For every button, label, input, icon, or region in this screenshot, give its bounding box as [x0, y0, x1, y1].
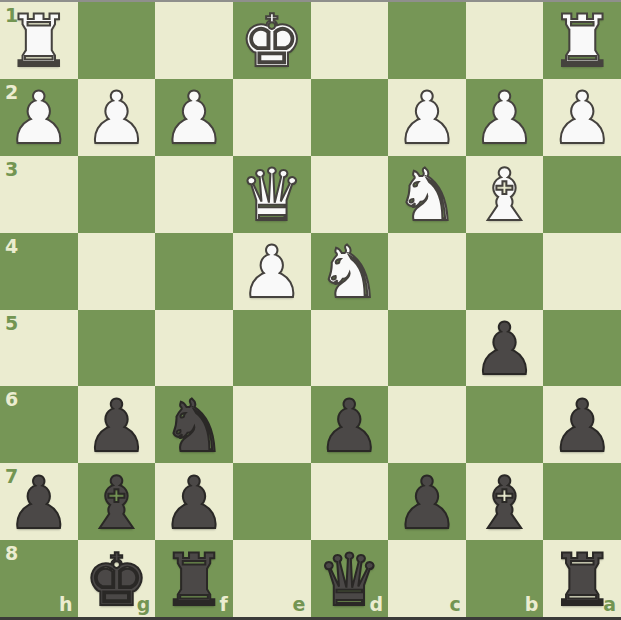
square-f5[interactable] — [155, 310, 233, 387]
black-bishop[interactable]: ♝ — [84, 467, 149, 539]
square-h5[interactable]: 5 — [0, 310, 78, 387]
square-e5[interactable] — [233, 310, 311, 387]
square-f1[interactable] — [155, 2, 233, 79]
square-f4[interactable] — [155, 233, 233, 310]
square-a5[interactable] — [543, 310, 621, 387]
square-b8[interactable]: b — [466, 540, 544, 617]
square-a7[interactable] — [543, 463, 621, 540]
black-pawn[interactable]: ♟ — [162, 467, 227, 539]
square-b5[interactable]: ♟ — [466, 310, 544, 387]
square-c4[interactable] — [388, 233, 466, 310]
chess-app-window: 1♜♚♜2♟♟♟♟♟♟3♛♞♝4♟♞5♟6♟♞♟♟7♟♝♟♟♝8hg♚f♜ed♛… — [0, 0, 621, 620]
square-f6[interactable]: ♞ — [155, 386, 233, 463]
square-a2[interactable]: ♟ — [543, 79, 621, 156]
window-top-edge — [0, 0, 621, 2]
square-c3[interactable]: ♞ — [388, 156, 466, 233]
square-g4[interactable] — [78, 233, 156, 310]
square-f3[interactable] — [155, 156, 233, 233]
white-knight[interactable]: ♞ — [395, 159, 460, 231]
file-label-h: h — [59, 595, 73, 614]
black-pawn[interactable]: ♟ — [317, 390, 382, 462]
square-f2[interactable]: ♟ — [155, 79, 233, 156]
square-g6[interactable]: ♟ — [78, 386, 156, 463]
white-pawn[interactable]: ♟ — [162, 82, 227, 154]
square-c6[interactable] — [388, 386, 466, 463]
black-king[interactable]: ♚ — [84, 544, 149, 616]
square-e8[interactable]: e — [233, 540, 311, 617]
white-pawn[interactable]: ♟ — [84, 82, 149, 154]
square-c1[interactable] — [388, 2, 466, 79]
black-rook[interactable]: ♜ — [550, 544, 615, 616]
square-d7[interactable] — [311, 463, 389, 540]
black-pawn[interactable]: ♟ — [395, 467, 460, 539]
square-d8[interactable]: d♛ — [311, 540, 389, 617]
white-pawn[interactable]: ♟ — [472, 82, 537, 154]
black-knight[interactable]: ♞ — [162, 390, 227, 462]
black-queen[interactable]: ♛ — [317, 544, 382, 616]
square-b1[interactable] — [466, 2, 544, 79]
square-h2[interactable]: 2♟ — [0, 79, 78, 156]
white-pawn[interactable]: ♟ — [395, 82, 460, 154]
square-e7[interactable] — [233, 463, 311, 540]
black-bishop[interactable]: ♝ — [472, 467, 537, 539]
file-label-b: b — [525, 595, 539, 614]
square-a6[interactable]: ♟ — [543, 386, 621, 463]
square-d5[interactable] — [311, 310, 389, 387]
square-e2[interactable] — [233, 79, 311, 156]
square-h1[interactable]: 1♜ — [0, 2, 78, 79]
white-pawn[interactable]: ♟ — [550, 82, 615, 154]
rank-label-8: 8 — [5, 544, 18, 563]
square-a1[interactable]: ♜ — [543, 2, 621, 79]
chess-board: 1♜♚♜2♟♟♟♟♟♟3♛♞♝4♟♞5♟6♟♞♟♟7♟♝♟♟♝8hg♚f♜ed♛… — [0, 2, 621, 617]
square-e1[interactable]: ♚ — [233, 2, 311, 79]
white-rook[interactable]: ♜ — [550, 5, 615, 77]
square-f8[interactable]: f♜ — [155, 540, 233, 617]
square-a3[interactable] — [543, 156, 621, 233]
square-h4[interactable]: 4 — [0, 233, 78, 310]
square-d3[interactable] — [311, 156, 389, 233]
square-e3[interactable]: ♛ — [233, 156, 311, 233]
rank-label-6: 6 — [5, 390, 18, 409]
square-a4[interactable] — [543, 233, 621, 310]
file-label-e: e — [293, 595, 306, 614]
white-queen[interactable]: ♛ — [239, 159, 304, 231]
square-c2[interactable]: ♟ — [388, 79, 466, 156]
square-g8[interactable]: g♚ — [78, 540, 156, 617]
square-g7[interactable]: ♝ — [78, 463, 156, 540]
square-c7[interactable]: ♟ — [388, 463, 466, 540]
square-d1[interactable] — [311, 2, 389, 79]
white-king[interactable]: ♚ — [239, 5, 304, 77]
square-h7[interactable]: 7♟ — [0, 463, 78, 540]
square-b2[interactable]: ♟ — [466, 79, 544, 156]
file-label-c: c — [449, 595, 460, 614]
square-c8[interactable]: c — [388, 540, 466, 617]
square-h6[interactable]: 6 — [0, 386, 78, 463]
square-b6[interactable] — [466, 386, 544, 463]
white-pawn[interactable]: ♟ — [7, 82, 72, 154]
square-h3[interactable]: 3 — [0, 156, 78, 233]
black-pawn[interactable]: ♟ — [472, 313, 537, 385]
rank-label-5: 5 — [5, 314, 18, 333]
white-bishop[interactable]: ♝ — [472, 159, 537, 231]
rank-label-4: 4 — [5, 237, 18, 256]
square-e4[interactable]: ♟ — [233, 233, 311, 310]
white-knight[interactable]: ♞ — [317, 236, 382, 308]
rank-label-3: 3 — [5, 160, 18, 179]
square-g1[interactable] — [78, 2, 156, 79]
square-a8[interactable]: a♜ — [543, 540, 621, 617]
square-b4[interactable] — [466, 233, 544, 310]
square-d6[interactable]: ♟ — [311, 386, 389, 463]
square-b3[interactable]: ♝ — [466, 156, 544, 233]
square-d4[interactable]: ♞ — [311, 233, 389, 310]
white-rook[interactable]: ♜ — [7, 5, 72, 77]
square-g3[interactable] — [78, 156, 156, 233]
black-rook[interactable]: ♜ — [162, 544, 227, 616]
square-g2[interactable]: ♟ — [78, 79, 156, 156]
square-c5[interactable] — [388, 310, 466, 387]
black-pawn[interactable]: ♟ — [84, 390, 149, 462]
square-f7[interactable]: ♟ — [155, 463, 233, 540]
black-pawn[interactable]: ♟ — [7, 467, 72, 539]
square-b7[interactable]: ♝ — [466, 463, 544, 540]
square-g5[interactable] — [78, 310, 156, 387]
square-h8[interactable]: 8h — [0, 540, 78, 617]
white-pawn[interactable]: ♟ — [239, 236, 304, 308]
square-e6[interactable] — [233, 386, 311, 463]
square-d2[interactable] — [311, 79, 389, 156]
black-pawn[interactable]: ♟ — [550, 390, 615, 462]
